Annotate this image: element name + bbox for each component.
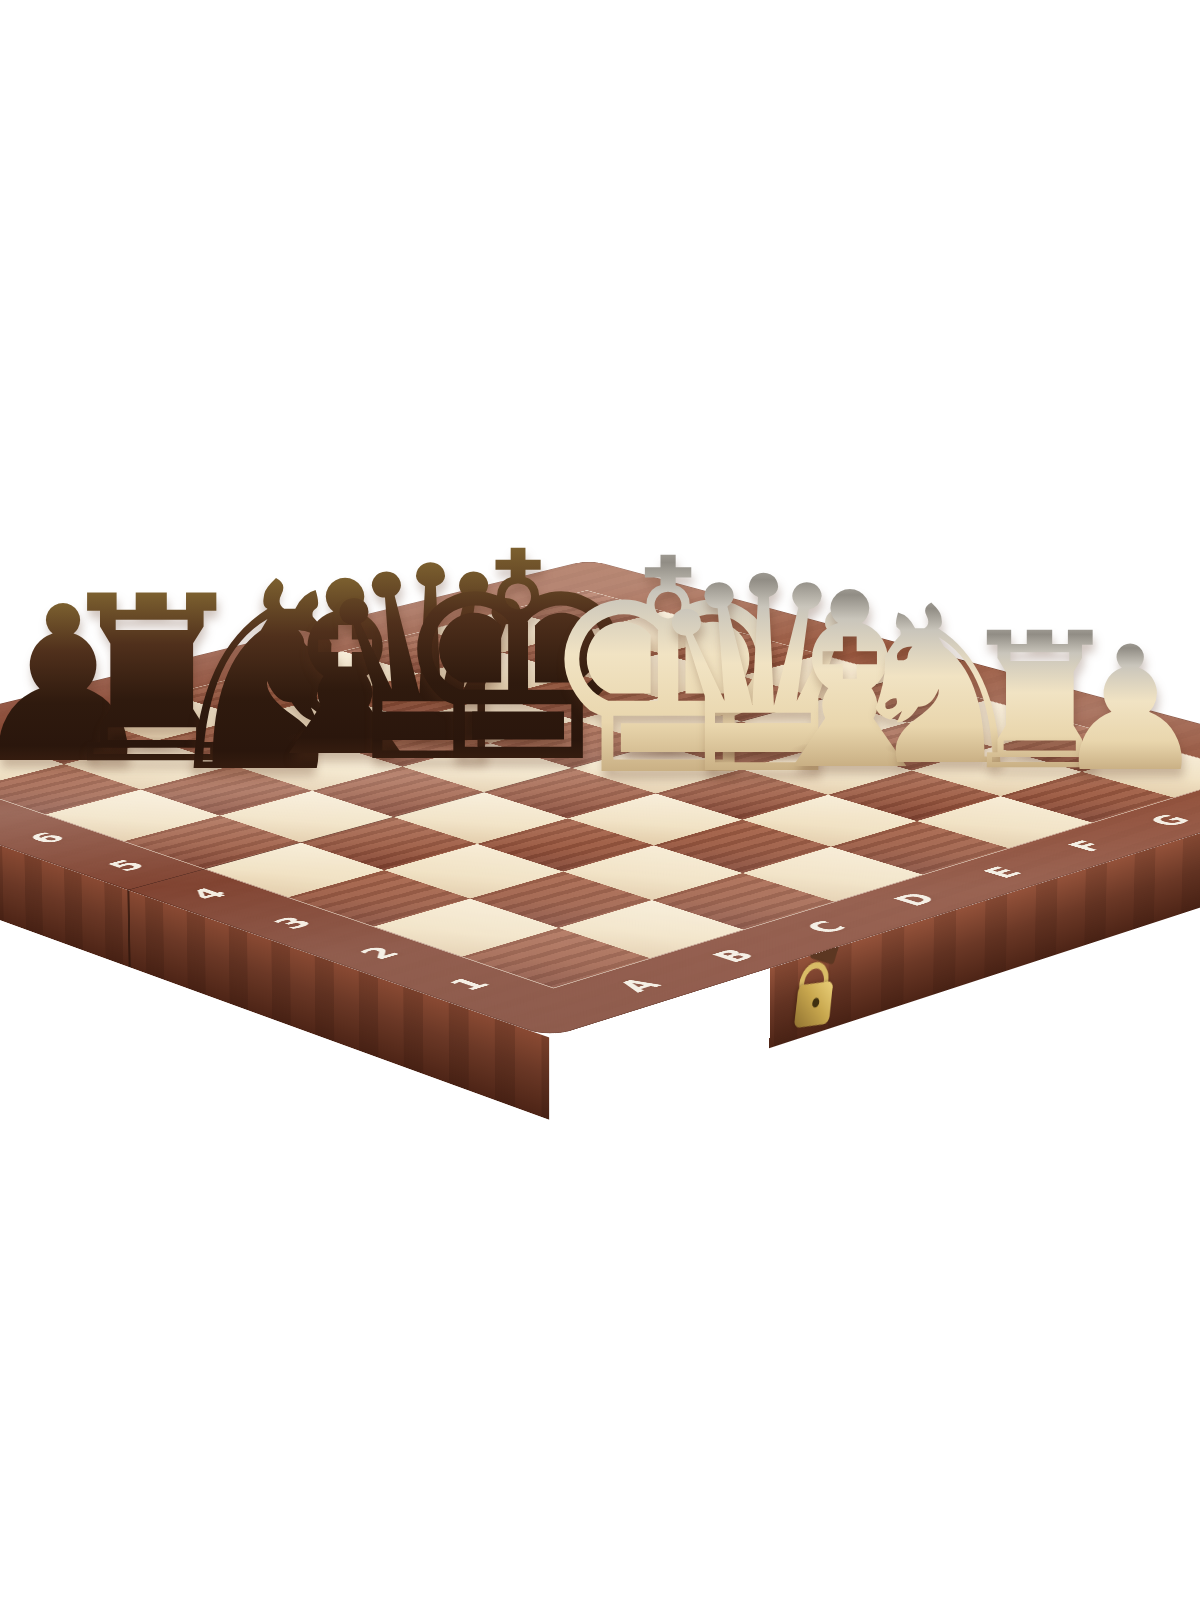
pieces-layer: ♟♜♞♝♛♚♚♛♝♞♜♟ <box>0 0 1200 1600</box>
piece-light-pawn: ♟ <box>1053 624 1200 796</box>
product-photo-stage: 87654321 HGFEDCBA ♟♜♞♝♛♚♚♛♝♞♜♟ <box>0 0 1200 1600</box>
